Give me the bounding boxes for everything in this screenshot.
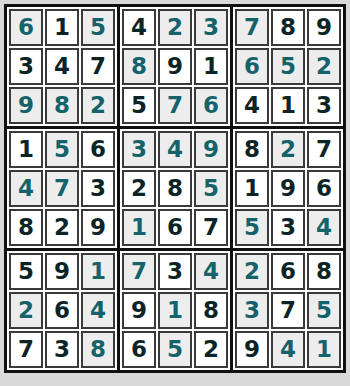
cell-r1c5[interactable]: 2 bbox=[158, 9, 192, 46]
cell-r3c5[interactable]: 7 bbox=[158, 87, 192, 124]
box-1: 615347982 bbox=[7, 7, 117, 126]
box-7: 591264738 bbox=[7, 251, 117, 370]
cell-r4c7[interactable]: 8 bbox=[235, 131, 269, 168]
cell-r7c7[interactable]: 2 bbox=[235, 253, 269, 290]
cell-r5c4[interactable]: 2 bbox=[122, 170, 156, 207]
cell-r1c2[interactable]: 1 bbox=[45, 9, 79, 46]
cell-r6c6[interactable]: 7 bbox=[194, 209, 228, 246]
cell-r2c9[interactable]: 2 bbox=[307, 48, 341, 85]
cell-r4c1[interactable]: 1 bbox=[9, 131, 43, 168]
cell-r6c8[interactable]: 3 bbox=[271, 209, 305, 246]
cell-r8c8[interactable]: 7 bbox=[271, 292, 305, 329]
cell-r4c3[interactable]: 6 bbox=[81, 131, 115, 168]
cell-r9c2[interactable]: 3 bbox=[45, 331, 79, 368]
cell-r7c4[interactable]: 7 bbox=[122, 253, 156, 290]
cell-r6c4[interactable]: 1 bbox=[122, 209, 156, 246]
cell-r4c9[interactable]: 7 bbox=[307, 131, 341, 168]
cell-r7c6[interactable]: 4 bbox=[194, 253, 228, 290]
cell-r8c6[interactable]: 8 bbox=[194, 292, 228, 329]
cell-r1c4[interactable]: 4 bbox=[122, 9, 156, 46]
cell-r4c4[interactable]: 3 bbox=[122, 131, 156, 168]
cell-r1c3[interactable]: 5 bbox=[81, 9, 115, 46]
cell-r8c7[interactable]: 3 bbox=[235, 292, 269, 329]
box-9: 268375941 bbox=[233, 251, 343, 370]
cell-r6c3[interactable]: 9 bbox=[81, 209, 115, 246]
cell-r4c5[interactable]: 4 bbox=[158, 131, 192, 168]
cell-r7c1[interactable]: 5 bbox=[9, 253, 43, 290]
cell-r2c4[interactable]: 8 bbox=[122, 48, 156, 85]
cell-r6c9[interactable]: 4 bbox=[307, 209, 341, 246]
cell-r6c1[interactable]: 8 bbox=[9, 209, 43, 246]
cell-r1c7[interactable]: 7 bbox=[235, 9, 269, 46]
cell-r5c1[interactable]: 4 bbox=[9, 170, 43, 207]
cell-r3c3[interactable]: 2 bbox=[81, 87, 115, 124]
cell-r9c6[interactable]: 2 bbox=[194, 331, 228, 368]
cell-r3c2[interactable]: 8 bbox=[45, 87, 79, 124]
cell-r3c9[interactable]: 3 bbox=[307, 87, 341, 124]
cell-r7c9[interactable]: 8 bbox=[307, 253, 341, 290]
cell-r9c9[interactable]: 1 bbox=[307, 331, 341, 368]
cell-r3c7[interactable]: 4 bbox=[235, 87, 269, 124]
cell-r2c2[interactable]: 4 bbox=[45, 48, 79, 85]
cell-r3c8[interactable]: 1 bbox=[271, 87, 305, 124]
cell-r9c1[interactable]: 7 bbox=[9, 331, 43, 368]
box-5: 349285167 bbox=[120, 129, 230, 248]
cell-r6c2[interactable]: 2 bbox=[45, 209, 79, 246]
box-2: 423891576 bbox=[120, 7, 230, 126]
cell-r1c1[interactable]: 6 bbox=[9, 9, 43, 46]
cell-r6c7[interactable]: 5 bbox=[235, 209, 269, 246]
cell-r2c1[interactable]: 3 bbox=[9, 48, 43, 85]
cell-r8c5[interactable]: 1 bbox=[158, 292, 192, 329]
cell-r9c5[interactable]: 5 bbox=[158, 331, 192, 368]
cell-r5c2[interactable]: 7 bbox=[45, 170, 79, 207]
cell-r8c1[interactable]: 2 bbox=[9, 292, 43, 329]
cell-r7c8[interactable]: 6 bbox=[271, 253, 305, 290]
box-6: 827196534 bbox=[233, 129, 343, 248]
cell-r5c9[interactable]: 6 bbox=[307, 170, 341, 207]
cell-r7c5[interactable]: 3 bbox=[158, 253, 192, 290]
cell-r9c3[interactable]: 8 bbox=[81, 331, 115, 368]
cell-r2c3[interactable]: 7 bbox=[81, 48, 115, 85]
cell-r3c1[interactable]: 9 bbox=[9, 87, 43, 124]
box-3: 789652413 bbox=[233, 7, 343, 126]
cell-r9c4[interactable]: 6 bbox=[122, 331, 156, 368]
cell-r7c2[interactable]: 9 bbox=[45, 253, 79, 290]
cell-r6c5[interactable]: 6 bbox=[158, 209, 192, 246]
cell-r4c6[interactable]: 9 bbox=[194, 131, 228, 168]
cell-r5c6[interactable]: 5 bbox=[194, 170, 228, 207]
cell-r2c8[interactable]: 5 bbox=[271, 48, 305, 85]
cell-r2c7[interactable]: 6 bbox=[235, 48, 269, 85]
cell-r5c8[interactable]: 9 bbox=[271, 170, 305, 207]
cell-r1c9[interactable]: 9 bbox=[307, 9, 341, 46]
cell-r9c8[interactable]: 4 bbox=[271, 331, 305, 368]
cell-r2c5[interactable]: 9 bbox=[158, 48, 192, 85]
cell-r2c6[interactable]: 1 bbox=[194, 48, 228, 85]
cell-r8c2[interactable]: 6 bbox=[45, 292, 79, 329]
cell-r4c2[interactable]: 5 bbox=[45, 131, 79, 168]
cell-r8c9[interactable]: 5 bbox=[307, 292, 341, 329]
sudoku-board: 6153479824238915767896524131564738293492… bbox=[4, 4, 346, 373]
cell-r9c7[interactable]: 9 bbox=[235, 331, 269, 368]
cell-r8c3[interactable]: 4 bbox=[81, 292, 115, 329]
cell-r1c6[interactable]: 3 bbox=[194, 9, 228, 46]
cell-r8c4[interactable]: 9 bbox=[122, 292, 156, 329]
box-4: 156473829 bbox=[7, 129, 117, 248]
box-8: 734918652 bbox=[120, 251, 230, 370]
cell-r3c4[interactable]: 5 bbox=[122, 87, 156, 124]
cell-r5c3[interactable]: 3 bbox=[81, 170, 115, 207]
cell-r5c5[interactable]: 8 bbox=[158, 170, 192, 207]
cell-r4c8[interactable]: 2 bbox=[271, 131, 305, 168]
cell-r7c3[interactable]: 1 bbox=[81, 253, 115, 290]
cell-r3c6[interactable]: 6 bbox=[194, 87, 228, 124]
cell-r5c7[interactable]: 1 bbox=[235, 170, 269, 207]
cell-r1c8[interactable]: 8 bbox=[271, 9, 305, 46]
